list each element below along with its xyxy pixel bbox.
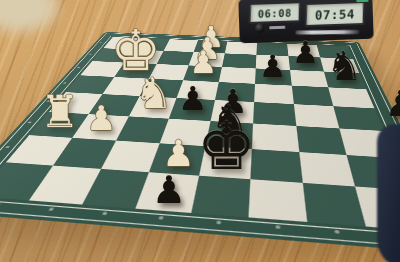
piece-white-rook-c1[interactable]: ♜ [40,90,79,134]
clock-brand-mark [269,26,285,30]
coordinate-mark [335,230,340,234]
square-e6[interactable] [254,84,294,104]
coordinate-mark [77,67,81,68]
piece-white-knight-d3[interactable]: ♞ [134,72,172,115]
piece-black-pawn-g7[interactable]: ♟ [292,38,319,68]
captured-black-pawn[interactable]: ♟ [385,86,400,122]
coordinate-mark [159,216,164,220]
coordinate-mark [89,53,92,54]
piece-black-pawn-a4[interactable]: ♟ [152,170,186,208]
piece-white-pawn-f4[interactable]: ♟ [189,48,217,79]
coordinate-mark [216,220,221,224]
coordinate-mark [5,146,10,148]
square-a6[interactable] [248,179,306,221]
square-d6[interactable] [253,102,296,126]
square-b6[interactable] [250,149,302,183]
square-d8[interactable] [334,106,385,131]
clock-face: 06:08 07:54 [242,0,369,35]
square-c6[interactable] [252,123,299,151]
square-f7[interactable] [290,70,329,88]
piece-black-pawn-f6[interactable]: ♟ [259,51,287,82]
clock-left-display: 06:08 [249,1,301,24]
piece-black-king-b5[interactable]: ♚ [197,113,256,179]
piece-white-pawn-b4[interactable]: ♟ [162,135,194,171]
square-e8[interactable] [328,87,374,108]
square-d7[interactable] [293,104,339,128]
coordinate-mark [275,225,280,229]
coordinate-mark [0,203,1,206]
clock-right-display: 07:54 [305,1,365,27]
coordinate-mark [100,42,103,43]
scene: ♟♟♟♚♟♟♞♞♟♟♜♟♞♟♚♟♟ 06:08 07:54 [0,0,400,262]
coordinate-mark [48,207,54,210]
coordinate-mark [27,121,32,123]
piece-white-pawn-c2[interactable]: ♟ [86,101,117,135]
bystander-leg [377,124,400,262]
clock-button[interactable] [255,23,264,32]
pen[interactable] [295,30,359,35]
coordinate-mark [103,212,109,216]
piece-black-knight-f8[interactable]: ♞ [326,46,362,86]
coordinate-mark [63,82,67,83]
